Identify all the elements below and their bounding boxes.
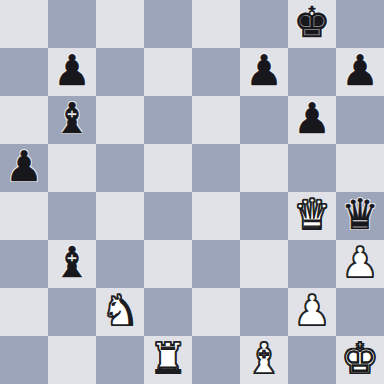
square-e2[interactable] [192,288,240,336]
square-a3[interactable] [0,240,48,288]
square-g6[interactable]: ♟ [288,96,336,144]
square-g4[interactable]: ♛ [288,192,336,240]
square-g2[interactable]: ♟ [288,288,336,336]
piece-black-queen[interactable]: ♛ [341,194,379,236]
piece-black-pawn[interactable]: ♟ [245,50,283,92]
square-d6[interactable] [144,96,192,144]
square-h3[interactable]: ♟ [336,240,384,288]
square-f6[interactable] [240,96,288,144]
square-d5[interactable] [144,144,192,192]
square-f1[interactable]: ♝ [240,336,288,384]
piece-white-queen[interactable]: ♛ [293,194,331,236]
piece-black-pawn[interactable]: ♟ [293,98,331,140]
square-d7[interactable] [144,48,192,96]
square-d2[interactable] [144,288,192,336]
piece-white-king[interactable]: ♚ [341,338,379,380]
square-h8[interactable] [336,0,384,48]
square-b2[interactable] [48,288,96,336]
square-g7[interactable] [288,48,336,96]
piece-white-pawn[interactable]: ♟ [293,290,331,332]
chess-board: ♚♟♟♟♝♟♟♛♛♝♟♞♟♜♝♚ [0,0,384,384]
square-c6[interactable] [96,96,144,144]
square-e1[interactable] [192,336,240,384]
square-b8[interactable] [48,0,96,48]
square-h6[interactable] [336,96,384,144]
square-f2[interactable] [240,288,288,336]
square-g8[interactable]: ♚ [288,0,336,48]
square-e8[interactable] [192,0,240,48]
square-f7[interactable]: ♟ [240,48,288,96]
square-h7[interactable]: ♟ [336,48,384,96]
piece-black-king[interactable]: ♚ [293,2,331,44]
square-c2[interactable]: ♞ [96,288,144,336]
square-b1[interactable] [48,336,96,384]
square-a5[interactable]: ♟ [0,144,48,192]
piece-black-pawn[interactable]: ♟ [341,50,379,92]
piece-black-pawn[interactable]: ♟ [5,146,43,188]
square-e3[interactable] [192,240,240,288]
square-g1[interactable] [288,336,336,384]
square-b6[interactable]: ♝ [48,96,96,144]
square-a4[interactable] [0,192,48,240]
piece-white-pawn[interactable]: ♟ [341,242,379,284]
square-c7[interactable] [96,48,144,96]
square-a7[interactable] [0,48,48,96]
square-g3[interactable] [288,240,336,288]
square-f3[interactable] [240,240,288,288]
piece-black-bishop[interactable]: ♝ [53,242,91,284]
piece-black-pawn[interactable]: ♟ [53,50,91,92]
square-e6[interactable] [192,96,240,144]
square-a6[interactable] [0,96,48,144]
piece-white-knight[interactable]: ♞ [101,290,139,332]
square-f5[interactable] [240,144,288,192]
square-f4[interactable] [240,192,288,240]
square-h1[interactable]: ♚ [336,336,384,384]
square-c4[interactable] [96,192,144,240]
square-e4[interactable] [192,192,240,240]
piece-white-rook[interactable]: ♜ [149,338,187,380]
square-b5[interactable] [48,144,96,192]
square-c8[interactable] [96,0,144,48]
square-d8[interactable] [144,0,192,48]
square-b7[interactable]: ♟ [48,48,96,96]
square-a1[interactable] [0,336,48,384]
square-e7[interactable] [192,48,240,96]
square-b3[interactable]: ♝ [48,240,96,288]
square-a2[interactable] [0,288,48,336]
square-h2[interactable] [336,288,384,336]
square-c5[interactable] [96,144,144,192]
square-f8[interactable] [240,0,288,48]
square-c1[interactable] [96,336,144,384]
square-e5[interactable] [192,144,240,192]
square-d1[interactable]: ♜ [144,336,192,384]
square-a8[interactable] [0,0,48,48]
square-d3[interactable] [144,240,192,288]
square-c3[interactable] [96,240,144,288]
square-d4[interactable] [144,192,192,240]
square-h5[interactable] [336,144,384,192]
square-g5[interactable] [288,144,336,192]
piece-white-bishop[interactable]: ♝ [245,338,283,380]
piece-black-bishop[interactable]: ♝ [53,98,91,140]
square-h4[interactable]: ♛ [336,192,384,240]
square-b4[interactable] [48,192,96,240]
